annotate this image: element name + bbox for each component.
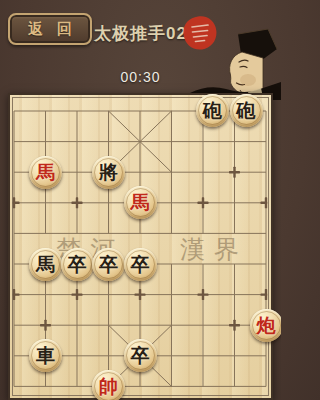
- piece-black-soldier[interactable]: 卒: [92, 248, 125, 281]
- app-screen: 返回 太极推手02 00:30 楚河 漢界 馬將馬馬卒卒卒炮車卒帥砲砲: [0, 0, 281, 400]
- countdown-timer: 00:30: [0, 69, 281, 85]
- piece-black-horse[interactable]: 馬: [29, 248, 62, 281]
- piece-black-soldier[interactable]: 卒: [124, 248, 157, 281]
- piece-black-soldier[interactable]: 卒: [61, 248, 94, 281]
- piece-black-general[interactable]: 將: [92, 156, 125, 189]
- piece-red-horse[interactable]: 馬: [29, 156, 62, 189]
- back-button[interactable]: 返回: [8, 13, 92, 45]
- tray-piece-black-cannon: 砲: [196, 94, 229, 127]
- tray-piece-black-cannon: 砲: [230, 94, 263, 127]
- piece-red-general[interactable]: 帥: [92, 370, 125, 400]
- piece-red-cannon[interactable]: 炮: [250, 309, 282, 342]
- title-seal-icon: [182, 15, 218, 51]
- back-button-label: 返回: [14, 20, 86, 39]
- piece-black-soldier[interactable]: 卒: [124, 339, 157, 372]
- page-title: 太极推手02: [94, 22, 187, 45]
- river-text-right: 漢界: [180, 233, 248, 266]
- piece-red-horse[interactable]: 馬: [124, 186, 157, 219]
